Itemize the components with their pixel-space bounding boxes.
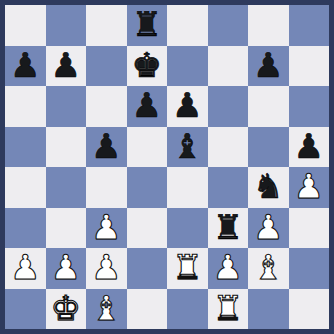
square-h6[interactable] (289, 86, 330, 127)
square-h3[interactable] (289, 208, 330, 249)
white-pawn: ♟ (91, 210, 121, 244)
square-b4[interactable] (46, 167, 87, 208)
square-f1[interactable]: ♜ (208, 289, 249, 330)
square-a4[interactable] (5, 167, 46, 208)
square-h1[interactable] (289, 289, 330, 330)
square-a5[interactable] (5, 127, 46, 168)
square-d1[interactable] (127, 289, 168, 330)
square-b2[interactable]: ♟ (46, 248, 87, 289)
square-d6[interactable]: ♟ (127, 86, 168, 127)
black-rook: ♜ (132, 7, 162, 41)
square-f5[interactable] (208, 127, 249, 168)
black-knight: ♞ (253, 169, 283, 203)
square-d2[interactable] (127, 248, 168, 289)
square-e2[interactable]: ♜ (167, 248, 208, 289)
square-e8[interactable] (167, 5, 208, 46)
white-pawn: ♟ (91, 250, 121, 284)
square-h4[interactable]: ♟ (289, 167, 330, 208)
square-e1[interactable] (167, 289, 208, 330)
square-g2[interactable]: ♝ (248, 248, 289, 289)
square-c3[interactable]: ♟ (86, 208, 127, 249)
square-a1[interactable] (5, 289, 46, 330)
square-f2[interactable]: ♟ (208, 248, 249, 289)
square-c2[interactable]: ♟ (86, 248, 127, 289)
square-c7[interactable] (86, 46, 127, 87)
square-h5[interactable]: ♟ (289, 127, 330, 168)
square-b8[interactable] (46, 5, 87, 46)
white-rook: ♜ (213, 291, 243, 325)
square-g8[interactable] (248, 5, 289, 46)
white-pawn: ♟ (51, 250, 81, 284)
square-d3[interactable] (127, 208, 168, 249)
square-c5[interactable]: ♟ (86, 127, 127, 168)
square-b6[interactable] (46, 86, 87, 127)
square-e3[interactable] (167, 208, 208, 249)
square-h7[interactable] (289, 46, 330, 87)
square-a6[interactable] (5, 86, 46, 127)
square-g5[interactable] (248, 127, 289, 168)
square-f3[interactable]: ♜ (208, 208, 249, 249)
square-c1[interactable]: ♝ (86, 289, 127, 330)
square-h8[interactable] (289, 5, 330, 46)
black-pawn: ♟ (172, 88, 202, 122)
white-bishop: ♝ (91, 291, 121, 325)
square-h2[interactable] (289, 248, 330, 289)
square-a3[interactable] (5, 208, 46, 249)
square-g1[interactable] (248, 289, 289, 330)
square-f7[interactable] (208, 46, 249, 87)
black-pawn: ♟ (132, 88, 162, 122)
square-c4[interactable] (86, 167, 127, 208)
square-b1[interactable]: ♚ (46, 289, 87, 330)
white-pawn: ♟ (253, 210, 283, 244)
square-a8[interactable] (5, 5, 46, 46)
square-c6[interactable] (86, 86, 127, 127)
white-pawn: ♟ (10, 250, 40, 284)
square-g6[interactable] (248, 86, 289, 127)
square-c8[interactable] (86, 5, 127, 46)
square-d8[interactable]: ♜ (127, 5, 168, 46)
black-king: ♚ (132, 48, 162, 82)
square-b7[interactable]: ♟ (46, 46, 87, 87)
square-g7[interactable]: ♟ (248, 46, 289, 87)
black-pawn: ♟ (294, 129, 324, 163)
black-pawn: ♟ (51, 48, 81, 82)
black-bishop: ♝ (172, 129, 202, 163)
square-d7[interactable]: ♚ (127, 46, 168, 87)
white-king: ♚ (51, 291, 81, 325)
square-e4[interactable] (167, 167, 208, 208)
square-e7[interactable] (167, 46, 208, 87)
chess-board-frame: ♜♟♟♚♟♟♟♟♝♟♞♟♟♜♟♟♟♟♜♟♝♚♝♜ (0, 0, 334, 334)
white-bishop: ♝ (253, 250, 283, 284)
square-g3[interactable]: ♟ (248, 208, 289, 249)
square-e6[interactable]: ♟ (167, 86, 208, 127)
square-d4[interactable] (127, 167, 168, 208)
square-e5[interactable]: ♝ (167, 127, 208, 168)
square-b5[interactable] (46, 127, 87, 168)
square-b3[interactable] (46, 208, 87, 249)
white-pawn: ♟ (213, 250, 243, 284)
black-pawn: ♟ (91, 129, 121, 163)
black-pawn: ♟ (253, 48, 283, 82)
square-f8[interactable] (208, 5, 249, 46)
black-rook: ♜ (213, 210, 243, 244)
square-f6[interactable] (208, 86, 249, 127)
white-pawn: ♟ (294, 169, 324, 203)
square-f4[interactable] (208, 167, 249, 208)
square-a2[interactable]: ♟ (5, 248, 46, 289)
square-a7[interactable]: ♟ (5, 46, 46, 87)
square-g4[interactable]: ♞ (248, 167, 289, 208)
chess-board: ♜♟♟♚♟♟♟♟♝♟♞♟♟♜♟♟♟♟♜♟♝♚♝♜ (5, 5, 329, 329)
black-pawn: ♟ (10, 48, 40, 82)
square-d5[interactable] (127, 127, 168, 168)
white-rook: ♜ (172, 250, 202, 284)
